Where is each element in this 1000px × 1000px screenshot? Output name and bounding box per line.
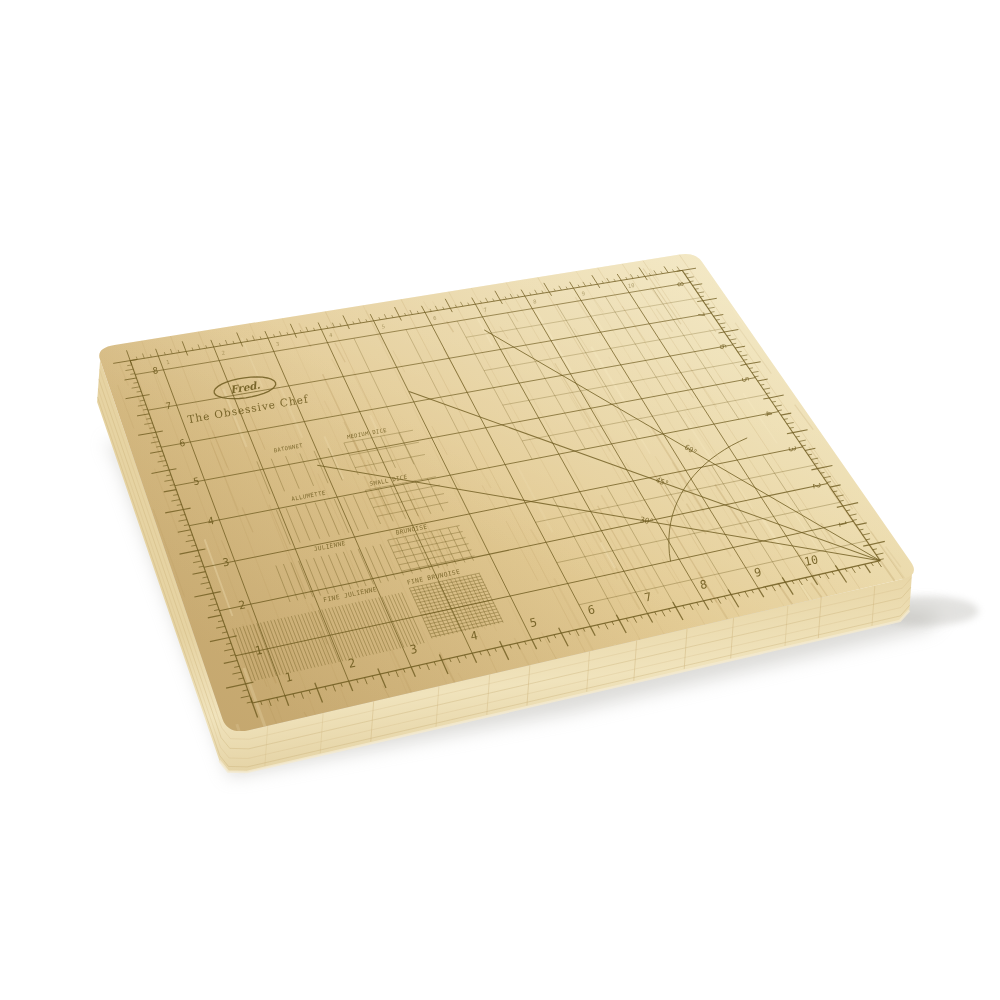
ruler-number-top: 10: [627, 282, 634, 289]
product-photo: The Obsessive Chef BATONNETMEDIUM DICEAL…: [0, 0, 1000, 1000]
obsessive-chef-cutting-board: BATONNETMEDIUM DICEALLUMETTESMALL DICEJU…: [0, 0, 1000, 1000]
